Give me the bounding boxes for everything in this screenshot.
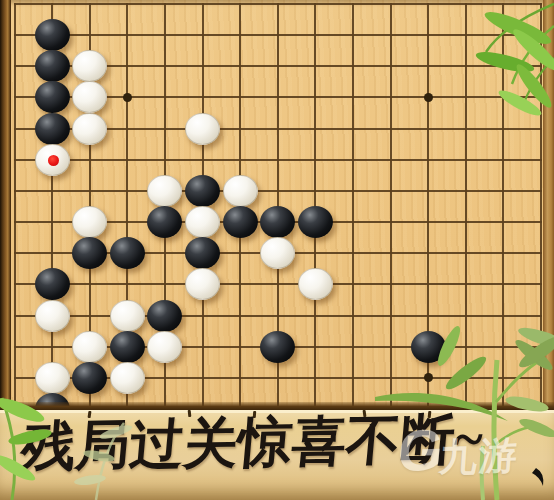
black-stone	[72, 362, 107, 394]
black-stone	[35, 19, 70, 51]
black-stone	[411, 331, 446, 363]
black-stone	[223, 206, 258, 238]
black-stone	[110, 237, 145, 269]
last-move-marker	[48, 155, 59, 166]
black-stone	[110, 331, 145, 363]
grid-line-horizontal	[14, 190, 542, 192]
white-stone	[298, 268, 333, 300]
black-stone	[185, 175, 220, 207]
white-stone	[110, 362, 145, 394]
banner-caption: 残局过关惊喜不断~	[19, 412, 485, 474]
white-stone	[35, 144, 70, 176]
white-stone	[35, 362, 70, 394]
grid-line-horizontal	[14, 3, 542, 5]
black-stone	[147, 300, 182, 332]
white-stone	[185, 206, 220, 238]
white-stone	[223, 175, 258, 207]
grid-line-vertical	[502, 3, 504, 410]
black-stone	[35, 50, 70, 82]
grid-line-vertical	[14, 3, 16, 410]
grid-line-horizontal	[14, 34, 542, 36]
grid-line-vertical	[540, 3, 542, 410]
black-stone	[185, 237, 220, 269]
white-stone	[72, 331, 107, 363]
banner: 残局过关惊喜不断~	[0, 410, 554, 500]
star-point	[424, 93, 433, 102]
grid-line-horizontal	[14, 283, 542, 285]
grid-line-vertical	[465, 3, 467, 410]
white-stone	[147, 331, 182, 363]
black-stone	[260, 331, 295, 363]
black-stone	[35, 268, 70, 300]
star-point	[424, 373, 433, 382]
white-stone	[110, 300, 145, 332]
black-stone	[35, 113, 70, 145]
white-stone	[72, 113, 107, 145]
grid-line-horizontal	[14, 315, 542, 317]
grid-line-vertical	[352, 3, 354, 410]
wood-frame-left	[0, 0, 11, 412]
go-puzzle-screen: 残局过关惊喜不断~	[0, 0, 554, 500]
black-stone	[298, 206, 333, 238]
black-stone	[35, 81, 70, 113]
wood-frame-right	[543, 0, 554, 412]
grid-line-vertical	[390, 3, 392, 410]
black-stone	[260, 206, 295, 238]
white-stone	[185, 113, 220, 145]
grid-line-horizontal	[14, 159, 542, 161]
white-stone	[72, 206, 107, 238]
star-point	[123, 93, 132, 102]
white-stone	[35, 300, 70, 332]
